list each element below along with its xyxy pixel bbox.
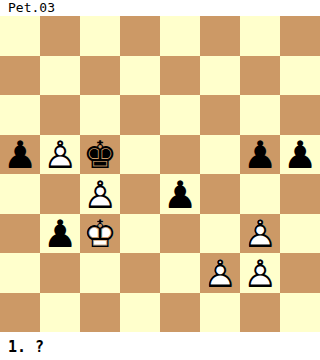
square-f7[interactable] bbox=[200, 56, 240, 96]
square-c3[interactable]: ♚♔ bbox=[80, 214, 120, 254]
square-h4[interactable] bbox=[280, 174, 320, 214]
black-pawn: ♟ bbox=[40, 214, 80, 254]
square-a6[interactable] bbox=[0, 95, 40, 135]
square-f6[interactable] bbox=[200, 95, 240, 135]
square-h2[interactable] bbox=[280, 253, 320, 293]
square-b7[interactable] bbox=[40, 56, 80, 96]
square-d6[interactable] bbox=[120, 95, 160, 135]
square-b3[interactable]: ♟ bbox=[40, 214, 80, 254]
square-d8[interactable] bbox=[120, 16, 160, 56]
square-h1[interactable] bbox=[280, 293, 320, 333]
square-e3[interactable] bbox=[160, 214, 200, 254]
square-c4[interactable]: ♟♙ bbox=[80, 174, 120, 214]
white-king-outline: ♔ bbox=[80, 214, 120, 254]
square-b5[interactable]: ♟♙ bbox=[40, 135, 80, 175]
white-pawn-outline: ♙ bbox=[240, 253, 280, 293]
square-g4[interactable] bbox=[240, 174, 280, 214]
diagram-title: Pet.03 bbox=[0, 0, 320, 16]
chess-board: ♟♟♙♚♟♟♟♙♟♟♚♔♟♙♟♙♟♙ bbox=[0, 16, 320, 332]
square-g7[interactable] bbox=[240, 56, 280, 96]
white-pawn-outline: ♙ bbox=[40, 135, 80, 175]
square-e8[interactable] bbox=[160, 16, 200, 56]
square-c2[interactable] bbox=[80, 253, 120, 293]
square-h8[interactable] bbox=[280, 16, 320, 56]
white-pawn-outline: ♙ bbox=[200, 253, 240, 293]
square-g1[interactable] bbox=[240, 293, 280, 333]
black-pawn: ♟ bbox=[160, 174, 200, 214]
square-d1[interactable] bbox=[120, 293, 160, 333]
square-f8[interactable] bbox=[200, 16, 240, 56]
square-g8[interactable] bbox=[240, 16, 280, 56]
square-c8[interactable] bbox=[80, 16, 120, 56]
square-h7[interactable] bbox=[280, 56, 320, 96]
square-a4[interactable] bbox=[0, 174, 40, 214]
white-pawn-outline: ♙ bbox=[240, 214, 280, 254]
square-f2[interactable]: ♟♙ bbox=[200, 253, 240, 293]
square-a2[interactable] bbox=[0, 253, 40, 293]
square-e4[interactable]: ♟ bbox=[160, 174, 200, 214]
square-c1[interactable] bbox=[80, 293, 120, 333]
square-h6[interactable] bbox=[280, 95, 320, 135]
square-b8[interactable] bbox=[40, 16, 80, 56]
square-f5[interactable] bbox=[200, 135, 240, 175]
black-pawn: ♟ bbox=[240, 135, 280, 175]
square-c7[interactable] bbox=[80, 56, 120, 96]
square-b2[interactable] bbox=[40, 253, 80, 293]
square-g6[interactable] bbox=[240, 95, 280, 135]
square-b4[interactable] bbox=[40, 174, 80, 214]
square-a5[interactable]: ♟ bbox=[0, 135, 40, 175]
square-d5[interactable] bbox=[120, 135, 160, 175]
square-d3[interactable] bbox=[120, 214, 160, 254]
square-e1[interactable] bbox=[160, 293, 200, 333]
move-prompt: 1. ? bbox=[0, 332, 320, 360]
black-king: ♚ bbox=[80, 135, 120, 175]
square-g3[interactable]: ♟♙ bbox=[240, 214, 280, 254]
square-a3[interactable] bbox=[0, 214, 40, 254]
black-pawn: ♟ bbox=[280, 135, 320, 175]
square-e6[interactable] bbox=[160, 95, 200, 135]
square-d2[interactable] bbox=[120, 253, 160, 293]
square-a7[interactable] bbox=[0, 56, 40, 96]
square-d7[interactable] bbox=[120, 56, 160, 96]
square-b6[interactable] bbox=[40, 95, 80, 135]
square-d4[interactable] bbox=[120, 174, 160, 214]
square-b1[interactable] bbox=[40, 293, 80, 333]
square-e7[interactable] bbox=[160, 56, 200, 96]
square-e2[interactable] bbox=[160, 253, 200, 293]
square-f1[interactable] bbox=[200, 293, 240, 333]
square-a1[interactable] bbox=[0, 293, 40, 333]
square-e5[interactable] bbox=[160, 135, 200, 175]
square-f3[interactable] bbox=[200, 214, 240, 254]
square-h5[interactable]: ♟ bbox=[280, 135, 320, 175]
square-h3[interactable] bbox=[280, 214, 320, 254]
white-pawn-outline: ♙ bbox=[80, 174, 120, 214]
square-f4[interactable] bbox=[200, 174, 240, 214]
chess-diagram-page: Pet.03 ♟♟♙♚♟♟♟♙♟♟♚♔♟♙♟♙♟♙ 1. ? bbox=[0, 0, 320, 360]
black-pawn: ♟ bbox=[0, 135, 40, 175]
square-c6[interactable] bbox=[80, 95, 120, 135]
square-c5[interactable]: ♚ bbox=[80, 135, 120, 175]
square-a8[interactable] bbox=[0, 16, 40, 56]
square-g2[interactable]: ♟♙ bbox=[240, 253, 280, 293]
square-g5[interactable]: ♟ bbox=[240, 135, 280, 175]
